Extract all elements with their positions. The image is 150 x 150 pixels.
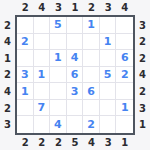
cell-r3c5[interactable] bbox=[83, 50, 100, 67]
cell-r4c3[interactable] bbox=[50, 67, 67, 84]
cell-r5c7[interactable] bbox=[116, 83, 133, 100]
cell-r1c2[interactable] bbox=[34, 17, 51, 34]
clue-right-1: 3 bbox=[135, 17, 150, 34]
cell-r2c7[interactable] bbox=[116, 34, 133, 51]
cell-r5c5[interactable]: 6 bbox=[83, 83, 100, 100]
cell-r7c7[interactable] bbox=[116, 116, 133, 133]
cell-r2c6[interactable]: 1 bbox=[100, 34, 117, 51]
clue-right-3: 2 bbox=[135, 50, 150, 67]
clue-right-4: 4 bbox=[135, 67, 150, 84]
cell-r7c4[interactable] bbox=[67, 116, 84, 133]
cell-r7c6[interactable] bbox=[100, 116, 117, 133]
cell-r1c5[interactable]: 1 bbox=[83, 17, 100, 34]
clue-bottom-3: 2 bbox=[50, 135, 67, 150]
bottom-clues: 2 2 2 5 4 3 1 bbox=[17, 135, 133, 150]
clue-bottom-5: 4 bbox=[83, 135, 100, 150]
clue-top-5: 2 bbox=[83, 0, 100, 15]
cell-r7c5[interactable]: 2 bbox=[83, 116, 100, 133]
clue-top-4: 1 bbox=[67, 0, 84, 15]
cell-r1c3[interactable]: 5 bbox=[50, 17, 67, 34]
clue-left-6: 2 bbox=[0, 100, 15, 117]
clue-left-5: 4 bbox=[0, 83, 15, 100]
cell-r6c2[interactable]: 7 bbox=[34, 100, 51, 117]
cell-r4c7[interactable]: 2 bbox=[116, 67, 133, 84]
cell-r5c4[interactable]: 3 bbox=[67, 83, 84, 100]
clue-bottom-2: 2 bbox=[34, 135, 51, 150]
cell-r1c1[interactable] bbox=[17, 17, 34, 34]
clue-right-6: 3 bbox=[135, 100, 150, 117]
cell-r4c4[interactable]: 6 bbox=[67, 67, 84, 84]
cell-r7c2[interactable] bbox=[34, 116, 51, 133]
clue-bottom-1: 2 bbox=[17, 135, 34, 150]
cell-r2c2[interactable] bbox=[34, 34, 51, 51]
clue-left-1: 2 bbox=[0, 17, 15, 34]
clue-top-2: 4 bbox=[34, 0, 51, 15]
cell-r6c4[interactable] bbox=[67, 100, 84, 117]
cell-r6c6[interactable] bbox=[100, 100, 117, 117]
cell-r6c7[interactable]: 1 bbox=[116, 100, 133, 117]
puzzle-board: 5 1 2 1 1 4 6 3 1 6 5 2 1 3 6 7 bbox=[15, 15, 135, 135]
cell-r5c2[interactable] bbox=[34, 83, 51, 100]
cell-r4c6[interactable]: 5 bbox=[100, 67, 117, 84]
clue-left-3: 1 bbox=[0, 50, 15, 67]
cell-r5c1[interactable]: 1 bbox=[17, 83, 34, 100]
cell-r7c3[interactable]: 4 bbox=[50, 116, 67, 133]
left-clues: 2 4 1 2 4 2 3 bbox=[0, 17, 15, 133]
cell-r4c1[interactable]: 3 bbox=[17, 67, 34, 84]
clue-left-4: 2 bbox=[0, 67, 15, 84]
clue-bottom-4: 5 bbox=[67, 135, 84, 150]
cell-r2c3[interactable] bbox=[50, 34, 67, 51]
cell-r3c7[interactable]: 6 bbox=[116, 50, 133, 67]
cell-r3c2[interactable] bbox=[34, 50, 51, 67]
cell-r7c1[interactable] bbox=[17, 116, 34, 133]
cell-r5c6[interactable] bbox=[100, 83, 117, 100]
top-clues: 2 4 3 1 2 3 4 bbox=[17, 0, 133, 15]
cell-r1c6[interactable] bbox=[100, 17, 117, 34]
clue-top-6: 3 bbox=[100, 0, 117, 15]
cell-r2c1[interactable]: 2 bbox=[17, 34, 34, 51]
right-clues: 3 2 2 4 2 3 1 bbox=[135, 17, 150, 133]
cell-r3c4[interactable]: 4 bbox=[67, 50, 84, 67]
clue-top-3: 3 bbox=[50, 0, 67, 15]
cell-r3c3[interactable]: 1 bbox=[50, 50, 67, 67]
cell-r2c4[interactable] bbox=[67, 34, 84, 51]
clue-right-5: 2 bbox=[135, 83, 150, 100]
clue-left-7: 3 bbox=[0, 116, 15, 133]
cell-r1c7[interactable] bbox=[116, 17, 133, 34]
clue-top-1: 2 bbox=[17, 0, 34, 15]
clue-top-7: 4 bbox=[116, 0, 133, 15]
cell-r6c1[interactable] bbox=[17, 100, 34, 117]
cell-r3c6[interactable] bbox=[100, 50, 117, 67]
cell-r4c5[interactable] bbox=[83, 67, 100, 84]
cell-r2c5[interactable] bbox=[83, 34, 100, 51]
clue-left-2: 4 bbox=[0, 34, 15, 51]
cell-r6c3[interactable] bbox=[50, 100, 67, 117]
cell-r5c3[interactable] bbox=[50, 83, 67, 100]
skyscrapers-puzzle: 2 4 3 1 2 3 4 2 4 1 2 4 2 3 3 2 2 4 2 3 … bbox=[0, 0, 150, 150]
cell-r1c4[interactable] bbox=[67, 17, 84, 34]
clue-bottom-6: 3 bbox=[100, 135, 117, 150]
cell-r3c1[interactable] bbox=[17, 50, 34, 67]
cell-r6c5[interactable] bbox=[83, 100, 100, 117]
clue-bottom-7: 1 bbox=[116, 135, 133, 150]
clue-right-2: 2 bbox=[135, 34, 150, 51]
cell-r4c2[interactable]: 1 bbox=[34, 67, 51, 84]
clue-right-7: 1 bbox=[135, 116, 150, 133]
